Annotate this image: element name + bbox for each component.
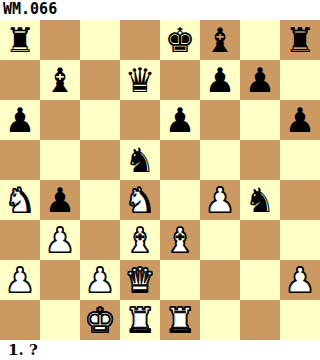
square-h1[interactable] [280, 300, 320, 340]
square-b4[interactable]: ♟ [40, 180, 80, 220]
white-queen-piece: ♛ [125, 260, 155, 300]
black-pawn-piece: ♟ [245, 60, 275, 100]
square-h2[interactable]: ♟ [280, 260, 320, 300]
square-c6[interactable] [80, 100, 120, 140]
black-rook-piece: ♜ [5, 20, 35, 60]
square-c1[interactable]: ♚ [80, 300, 120, 340]
square-d7[interactable]: ♛ [120, 60, 160, 100]
square-c3[interactable] [80, 220, 120, 260]
square-e5[interactable] [160, 140, 200, 180]
square-a5[interactable] [0, 140, 40, 180]
square-h5[interactable] [280, 140, 320, 180]
white-knight-piece: ♞ [125, 180, 155, 220]
square-b8[interactable] [40, 20, 80, 60]
move-prompt: 1. ? [0, 340, 320, 360]
square-b7[interactable]: ♝ [40, 60, 80, 100]
square-f5[interactable] [200, 140, 240, 180]
black-knight-piece: ♞ [245, 180, 275, 220]
square-d4[interactable]: ♞ [120, 180, 160, 220]
square-d3[interactable]: ♝ [120, 220, 160, 260]
square-f1[interactable] [200, 300, 240, 340]
square-e7[interactable] [160, 60, 200, 100]
square-g7[interactable]: ♟ [240, 60, 280, 100]
white-pawn-piece: ♟ [285, 260, 315, 300]
square-f6[interactable] [200, 100, 240, 140]
square-d5[interactable]: ♞ [120, 140, 160, 180]
chess-board: ♜♚♝♜♝♛♟♟♟♟♟♞♞♟♞♟♞♟♝♝♟♟♛♟♚♜♜ [0, 20, 320, 340]
square-g1[interactable] [240, 300, 280, 340]
diagram-title: WM.066 [0, 0, 320, 20]
black-bishop-piece: ♝ [45, 60, 75, 100]
white-pawn-piece: ♟ [205, 180, 235, 220]
square-e2[interactable] [160, 260, 200, 300]
white-knight-piece: ♞ [5, 180, 35, 220]
black-king-piece: ♚ [165, 20, 195, 60]
square-c2[interactable]: ♟ [80, 260, 120, 300]
square-a3[interactable] [0, 220, 40, 260]
square-a4[interactable]: ♞ [0, 180, 40, 220]
white-pawn-piece: ♟ [85, 260, 115, 300]
square-c7[interactable] [80, 60, 120, 100]
square-c5[interactable] [80, 140, 120, 180]
black-pawn-piece: ♟ [45, 180, 75, 220]
square-h4[interactable] [280, 180, 320, 220]
square-d8[interactable] [120, 20, 160, 60]
black-knight-piece: ♞ [125, 140, 155, 180]
square-e1[interactable]: ♜ [160, 300, 200, 340]
square-e4[interactable] [160, 180, 200, 220]
square-g5[interactable] [240, 140, 280, 180]
square-a2[interactable]: ♟ [0, 260, 40, 300]
square-d6[interactable] [120, 100, 160, 140]
square-c8[interactable] [80, 20, 120, 60]
square-d1[interactable]: ♜ [120, 300, 160, 340]
square-e3[interactable]: ♝ [160, 220, 200, 260]
square-f3[interactable] [200, 220, 240, 260]
black-queen-piece: ♛ [125, 60, 155, 100]
square-h6[interactable]: ♟ [280, 100, 320, 140]
square-h3[interactable] [280, 220, 320, 260]
square-e6[interactable]: ♟ [160, 100, 200, 140]
square-a8[interactable]: ♜ [0, 20, 40, 60]
white-king-piece: ♚ [85, 300, 115, 340]
square-a7[interactable] [0, 60, 40, 100]
black-bishop-piece: ♝ [205, 20, 235, 60]
black-pawn-piece: ♟ [285, 100, 315, 140]
white-bishop-piece: ♝ [165, 220, 195, 260]
square-b2[interactable] [40, 260, 80, 300]
white-bishop-piece: ♝ [125, 220, 155, 260]
square-g8[interactable] [240, 20, 280, 60]
white-pawn-piece: ♟ [5, 260, 35, 300]
square-d2[interactable]: ♛ [120, 260, 160, 300]
black-pawn-piece: ♟ [205, 60, 235, 100]
square-g4[interactable]: ♞ [240, 180, 280, 220]
square-g6[interactable] [240, 100, 280, 140]
square-f7[interactable]: ♟ [200, 60, 240, 100]
square-g2[interactable] [240, 260, 280, 300]
white-pawn-piece: ♟ [45, 220, 75, 260]
square-e8[interactable]: ♚ [160, 20, 200, 60]
square-h8[interactable]: ♜ [280, 20, 320, 60]
white-rook-piece: ♜ [165, 300, 195, 340]
white-rook-piece: ♜ [125, 300, 155, 340]
square-b6[interactable] [40, 100, 80, 140]
square-f2[interactable] [200, 260, 240, 300]
square-g3[interactable] [240, 220, 280, 260]
square-b5[interactable] [40, 140, 80, 180]
square-a6[interactable]: ♟ [0, 100, 40, 140]
square-f4[interactable]: ♟ [200, 180, 240, 220]
square-h7[interactable] [280, 60, 320, 100]
square-f8[interactable]: ♝ [200, 20, 240, 60]
black-pawn-piece: ♟ [5, 100, 35, 140]
chess-diagram-window: WM.066 ♜♚♝♜♝♛♟♟♟♟♟♞♞♟♞♟♞♟♝♝♟♟♛♟♚♜♜ 1. ? [0, 0, 320, 360]
square-c4[interactable] [80, 180, 120, 220]
square-a1[interactable] [0, 300, 40, 340]
square-b3[interactable]: ♟ [40, 220, 80, 260]
square-b1[interactable] [40, 300, 80, 340]
black-pawn-piece: ♟ [165, 100, 195, 140]
black-rook-piece: ♜ [285, 20, 315, 60]
